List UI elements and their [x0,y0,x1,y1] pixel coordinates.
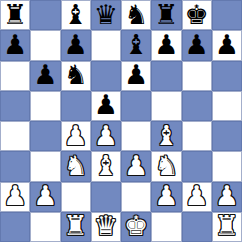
square-g7[interactable]: ♟ [182,30,212,60]
square-h5[interactable] [212,91,242,121]
square-h6[interactable] [212,61,242,91]
square-a2[interactable]: ♟ [0,182,30,212]
square-d3[interactable]: ♝ [91,151,121,181]
black-pawn[interactable]: ♟ [94,91,118,118]
white-queen[interactable]: ♛ [94,212,118,239]
square-d5[interactable]: ♟ [91,91,121,121]
square-b6[interactable]: ♟ [30,61,60,91]
square-c5[interactable] [61,91,91,121]
square-h4[interactable] [212,121,242,151]
square-h7[interactable]: ♟ [212,30,242,60]
white-knight[interactable]: ♞ [64,152,88,179]
square-c7[interactable]: ♟ [61,30,91,60]
square-c2[interactable] [61,182,91,212]
square-g5[interactable] [182,91,212,121]
square-b1[interactable] [30,212,60,242]
black-bishop[interactable]: ♝ [124,31,148,58]
white-king[interactable]: ♚ [124,212,148,239]
square-a3[interactable] [0,151,30,181]
square-b4[interactable] [30,121,60,151]
black-rook[interactable]: ♜ [154,1,178,28]
white-rook[interactable]: ♜ [215,212,239,239]
square-f4[interactable]: ♝ [151,121,181,151]
square-a5[interactable] [0,91,30,121]
square-e3[interactable]: ♟ [121,151,151,181]
black-knight[interactable]: ♞ [124,1,148,28]
square-b3[interactable] [30,151,60,181]
square-e8[interactable]: ♞ [121,0,151,30]
black-queen[interactable]: ♛ [94,1,118,28]
square-b8[interactable] [30,0,60,30]
black-pawn[interactable]: ♟ [215,31,239,58]
chess-board: ♜♝♛♞♜♚♟♟♝♟♟♟♟♞♟♟♟♟♝♞♝♟♞♟♟♟♟♟♜♛♚♜ [0,0,242,242]
square-d2[interactable] [91,182,121,212]
square-g8[interactable]: ♚ [182,0,212,30]
square-h2[interactable]: ♟ [212,182,242,212]
white-pawn[interactable]: ♟ [185,182,209,209]
square-b2[interactable]: ♟ [30,182,60,212]
white-rook[interactable]: ♜ [64,212,88,239]
black-pawn[interactable]: ♟ [124,61,148,88]
square-e7[interactable]: ♝ [121,30,151,60]
square-f1[interactable] [151,212,181,242]
square-h8[interactable] [212,0,242,30]
square-f8[interactable]: ♜ [151,0,181,30]
square-f6[interactable] [151,61,181,91]
white-pawn[interactable]: ♟ [94,122,118,149]
white-bishop[interactable]: ♝ [154,122,178,149]
square-a1[interactable] [0,212,30,242]
white-pawn[interactable]: ♟ [154,182,178,209]
square-c6[interactable]: ♞ [61,61,91,91]
black-pawn[interactable]: ♟ [64,31,88,58]
white-pawn[interactable]: ♟ [3,182,27,209]
square-d6[interactable] [91,61,121,91]
white-pawn[interactable]: ♟ [64,122,88,149]
square-d1[interactable]: ♛ [91,212,121,242]
square-e2[interactable] [121,182,151,212]
square-c1[interactable]: ♜ [61,212,91,242]
square-b7[interactable] [30,30,60,60]
square-e4[interactable] [121,121,151,151]
square-a4[interactable] [0,121,30,151]
square-a6[interactable] [0,61,30,91]
black-pawn[interactable]: ♟ [3,31,27,58]
square-e1[interactable]: ♚ [121,212,151,242]
black-pawn[interactable]: ♟ [154,31,178,58]
square-d4[interactable]: ♟ [91,121,121,151]
black-rook[interactable]: ♜ [3,1,27,28]
square-f7[interactable]: ♟ [151,30,181,60]
square-h1[interactable]: ♜ [212,212,242,242]
black-pawn[interactable]: ♟ [185,31,209,58]
square-g3[interactable] [182,151,212,181]
square-a7[interactable]: ♟ [0,30,30,60]
black-bishop[interactable]: ♝ [64,1,88,28]
square-b5[interactable] [30,91,60,121]
square-c8[interactable]: ♝ [61,0,91,30]
square-h3[interactable] [212,151,242,181]
square-d8[interactable]: ♛ [91,0,121,30]
square-f5[interactable] [151,91,181,121]
white-pawn[interactable]: ♟ [124,152,148,179]
black-king[interactable]: ♚ [185,1,209,28]
square-g4[interactable] [182,121,212,151]
square-e5[interactable] [121,91,151,121]
white-bishop[interactable]: ♝ [94,152,118,179]
black-knight[interactable]: ♞ [64,61,88,88]
square-e6[interactable]: ♟ [121,61,151,91]
white-knight[interactable]: ♞ [154,152,178,179]
white-pawn[interactable]: ♟ [33,182,57,209]
square-c3[interactable]: ♞ [61,151,91,181]
square-c4[interactable]: ♟ [61,121,91,151]
square-d7[interactable] [91,30,121,60]
square-f2[interactable]: ♟ [151,182,181,212]
square-f3[interactable]: ♞ [151,151,181,181]
square-a8[interactable]: ♜ [0,0,30,30]
white-pawn[interactable]: ♟ [215,182,239,209]
black-pawn[interactable]: ♟ [33,61,57,88]
square-g2[interactable]: ♟ [182,182,212,212]
square-g1[interactable] [182,212,212,242]
square-g6[interactable] [182,61,212,91]
